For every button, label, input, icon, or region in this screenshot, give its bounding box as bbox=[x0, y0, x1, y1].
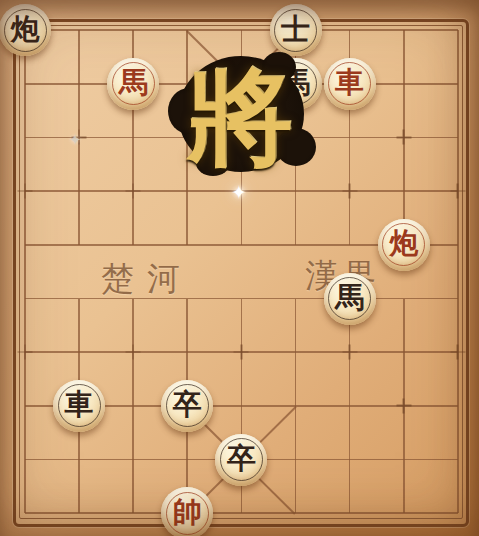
piece-black-馬[interactable]: 馬 bbox=[324, 273, 376, 325]
point-marker bbox=[18, 184, 33, 199]
point-marker bbox=[126, 184, 141, 199]
point-marker bbox=[396, 398, 411, 413]
xiangqi-board: 楚河 漢界 炮士馬馬車炮馬車卒卒帥 將 ✦✦ bbox=[0, 0, 479, 536]
piece-character: 卒 bbox=[173, 390, 202, 419]
point-marker bbox=[450, 345, 465, 360]
point-marker bbox=[342, 345, 357, 360]
piece-character: 馬 bbox=[119, 68, 148, 97]
grid-line-file-0 bbox=[24, 30, 26, 513]
piece-black-炮[interactable]: 炮 bbox=[0, 4, 51, 56]
piece-character: 炮 bbox=[389, 229, 418, 258]
point-marker bbox=[396, 130, 411, 145]
point-marker bbox=[72, 130, 87, 145]
grid-line-file-4-top bbox=[241, 30, 243, 245]
point-marker bbox=[342, 184, 357, 199]
piece-character: 車 bbox=[335, 68, 364, 97]
piece-black-卒[interactable]: 卒 bbox=[161, 380, 213, 432]
grid-line-file-2-bottom bbox=[132, 299, 134, 514]
piece-character: 馬 bbox=[281, 68, 310, 97]
point-marker bbox=[18, 345, 33, 360]
grid-line-file-6-bottom bbox=[349, 299, 351, 514]
piece-black-士[interactable]: 士 bbox=[270, 4, 322, 56]
piece-black-車[interactable]: 車 bbox=[53, 380, 105, 432]
river-label-chuhe: 楚河 bbox=[76, 258, 205, 300]
grid-line-file-8 bbox=[457, 30, 459, 513]
piece-character: 帥 bbox=[173, 498, 202, 527]
piece-character: 炮 bbox=[11, 15, 40, 44]
point-marker bbox=[126, 345, 141, 360]
piece-red-車[interactable]: 車 bbox=[324, 58, 376, 110]
piece-character: 車 bbox=[65, 390, 94, 419]
piece-character: 馬 bbox=[335, 283, 364, 312]
piece-character: 卒 bbox=[227, 444, 256, 473]
point-marker bbox=[234, 345, 249, 360]
piece-red-炮[interactable]: 炮 bbox=[378, 219, 430, 271]
piece-black-卒[interactable]: 卒 bbox=[215, 434, 267, 486]
piece-character: 士 bbox=[281, 15, 310, 44]
piece-red-帥[interactable]: 帥 bbox=[161, 487, 213, 536]
point-marker bbox=[450, 184, 465, 199]
piece-red-馬[interactable]: 馬 bbox=[107, 58, 159, 110]
piece-black-馬[interactable]: 馬 bbox=[270, 58, 322, 110]
